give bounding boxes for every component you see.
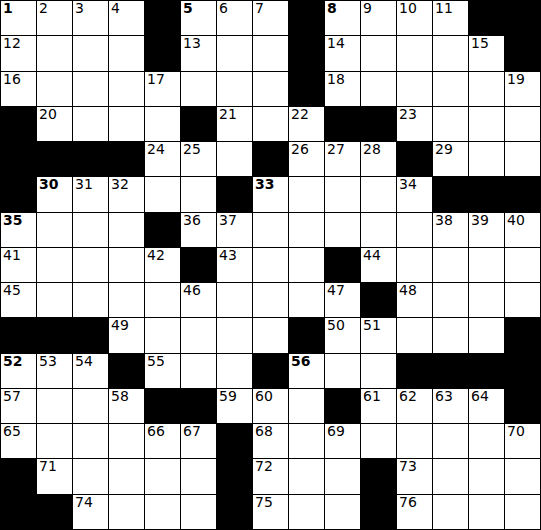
clue-number: 55 <box>147 354 165 369</box>
clue-number: 67 <box>183 424 201 439</box>
letter-cell[interactable]: 68 <box>253 424 288 458</box>
clue-number: 33 <box>255 177 274 192</box>
clue-number: 44 <box>363 248 381 263</box>
clue-number: 27 <box>327 142 345 157</box>
letter-cell[interactable] <box>289 495 324 529</box>
letter-cell[interactable] <box>289 177 324 211</box>
letter-cell[interactable]: 5 <box>181 1 216 35</box>
block-cell <box>289 72 324 106</box>
clue-number: 15 <box>471 36 489 51</box>
clue-number: 13 <box>183 36 201 51</box>
letter-cell[interactable] <box>109 283 144 317</box>
clue-number: 18 <box>327 72 345 87</box>
letter-cell[interactable] <box>253 36 288 70</box>
letter-cell[interactable] <box>109 107 144 141</box>
letter-cell[interactable]: 11 <box>433 1 468 35</box>
clue-number: 39 <box>471 213 489 228</box>
letter-cell[interactable]: 34 <box>397 177 432 211</box>
clue-number: 16 <box>3 72 21 87</box>
letter-cell[interactable] <box>325 459 360 493</box>
block-cell <box>181 389 216 423</box>
clue-number: 4 <box>111 1 120 16</box>
block-cell <box>433 177 468 211</box>
letter-cell[interactable]: 65 <box>1 424 36 458</box>
clue-number: 28 <box>363 142 381 157</box>
letter-cell[interactable] <box>397 248 432 282</box>
letter-cell[interactable] <box>397 424 432 458</box>
clue-number: 53 <box>39 354 57 369</box>
letter-cell[interactable]: 60 <box>253 389 288 423</box>
clue-number: 23 <box>399 107 417 122</box>
letter-cell[interactable] <box>397 72 432 106</box>
letter-cell[interactable]: 33 <box>253 177 288 211</box>
letter-cell[interactable]: 25 <box>181 142 216 176</box>
letter-cell[interactable]: 76 <box>397 495 432 529</box>
letter-cell[interactable] <box>469 142 504 176</box>
block-cell <box>1 318 36 352</box>
letter-cell[interactable]: 27 <box>325 142 360 176</box>
letter-cell[interactable] <box>361 36 396 70</box>
block-cell <box>217 459 252 493</box>
letter-cell[interactable]: 39 <box>469 213 504 247</box>
clue-number: 68 <box>255 424 273 439</box>
letter-cell[interactable] <box>433 495 468 529</box>
letter-cell[interactable]: 19 <box>505 72 540 106</box>
clue-number: 8 <box>327 1 337 16</box>
clue-number: 69 <box>327 424 345 439</box>
block-cell <box>505 1 540 35</box>
letter-cell[interactable] <box>73 459 108 493</box>
block-cell <box>145 36 180 70</box>
letter-cell[interactable] <box>253 248 288 282</box>
letter-cell[interactable]: 55 <box>145 354 180 388</box>
letter-cell[interactable]: 70 <box>505 424 540 458</box>
block-cell <box>181 107 216 141</box>
block-cell <box>1 107 36 141</box>
letter-cell[interactable]: 52 <box>1 354 36 388</box>
clue-number: 36 <box>183 213 201 228</box>
letter-cell[interactable] <box>109 36 144 70</box>
letter-cell[interactable]: 62 <box>397 389 432 423</box>
letter-cell[interactable] <box>505 495 540 529</box>
letter-cell[interactable] <box>433 72 468 106</box>
letter-cell[interactable]: 32 <box>109 177 144 211</box>
clue-number: 75 <box>255 495 273 510</box>
clue-number: 51 <box>363 318 381 333</box>
letter-cell[interactable]: 2 <box>37 1 72 35</box>
clue-number: 19 <box>507 72 525 87</box>
letter-cell[interactable] <box>37 248 72 282</box>
clue-number: 38 <box>435 213 453 228</box>
clue-number: 54 <box>75 354 93 369</box>
letter-cell[interactable]: 64 <box>469 389 504 423</box>
block-cell <box>361 459 396 493</box>
block-cell <box>1 177 36 211</box>
block-cell <box>469 1 504 35</box>
clue-number: 48 <box>399 283 417 298</box>
letter-cell[interactable]: 42 <box>145 248 180 282</box>
letter-cell[interactable]: 4 <box>109 1 144 35</box>
letter-cell[interactable] <box>37 389 72 423</box>
letter-cell[interactable] <box>469 248 504 282</box>
block-cell <box>505 318 540 352</box>
letter-cell[interactable] <box>325 354 360 388</box>
letter-cell[interactable] <box>37 213 72 247</box>
letter-cell[interactable] <box>217 72 252 106</box>
letter-cell[interactable]: 59 <box>217 389 252 423</box>
letter-cell[interactable] <box>433 36 468 70</box>
letter-cell[interactable] <box>181 495 216 529</box>
clue-number: 41 <box>3 248 21 263</box>
block-cell <box>73 318 108 352</box>
letter-cell[interactable] <box>433 318 468 352</box>
clue-number: 49 <box>111 318 129 333</box>
letter-cell[interactable]: 50 <box>325 318 360 352</box>
letter-cell[interactable] <box>37 36 72 70</box>
block-cell <box>145 213 180 247</box>
block-cell <box>37 318 72 352</box>
letter-cell[interactable] <box>325 213 360 247</box>
letter-cell[interactable] <box>145 318 180 352</box>
block-cell <box>145 1 180 35</box>
letter-cell[interactable] <box>469 318 504 352</box>
clue-number: 35 <box>3 213 22 228</box>
letter-cell[interactable] <box>109 213 144 247</box>
clue-number: 71 <box>39 459 57 474</box>
letter-cell[interactable]: 75 <box>253 495 288 529</box>
block-cell <box>505 389 540 423</box>
letter-cell[interactable] <box>469 72 504 106</box>
clue-number: 76 <box>399 495 417 510</box>
letter-cell[interactable] <box>433 459 468 493</box>
letter-cell[interactable] <box>73 72 108 106</box>
letter-cell[interactable]: 47 <box>325 283 360 317</box>
letter-cell[interactable]: 7 <box>253 1 288 35</box>
letter-cell[interactable]: 43 <box>217 248 252 282</box>
letter-cell[interactable]: 53 <box>37 354 72 388</box>
letter-cell[interactable] <box>145 177 180 211</box>
letter-cell[interactable] <box>289 213 324 247</box>
clue-number: 72 <box>255 459 273 474</box>
letter-cell[interactable] <box>253 213 288 247</box>
letter-cell[interactable]: 45 <box>1 283 36 317</box>
letter-cell[interactable]: 9 <box>361 1 396 35</box>
letter-cell[interactable]: 36 <box>181 213 216 247</box>
letter-cell[interactable]: 23 <box>397 107 432 141</box>
letter-cell[interactable] <box>109 424 144 458</box>
clue-number: 52 <box>3 354 22 369</box>
block-cell <box>253 142 288 176</box>
clue-number: 32 <box>111 177 129 192</box>
letter-cell[interactable] <box>37 283 72 317</box>
letter-cell[interactable]: 10 <box>397 1 432 35</box>
letter-cell[interactable] <box>433 107 468 141</box>
letter-cell[interactable]: 18 <box>325 72 360 106</box>
letter-cell[interactable] <box>505 459 540 493</box>
letter-cell[interactable] <box>109 495 144 529</box>
letter-cell[interactable]: 16 <box>1 72 36 106</box>
letter-cell[interactable] <box>73 107 108 141</box>
block-cell <box>253 354 288 388</box>
letter-cell[interactable] <box>469 424 504 458</box>
letter-cell[interactable]: 22 <box>289 107 324 141</box>
letter-cell[interactable] <box>325 495 360 529</box>
clue-number: 34 <box>399 177 417 192</box>
block-cell <box>361 107 396 141</box>
letter-cell[interactable] <box>397 213 432 247</box>
letter-cell[interactable] <box>253 283 288 317</box>
letter-cell[interactable] <box>253 72 288 106</box>
letter-cell[interactable]: 66 <box>145 424 180 458</box>
block-cell <box>361 495 396 529</box>
clue-number: 31 <box>75 177 93 192</box>
block-cell <box>433 354 468 388</box>
letter-cell[interactable]: 20 <box>37 107 72 141</box>
clue-number: 65 <box>3 424 21 439</box>
block-cell <box>505 36 540 70</box>
letter-cell[interactable]: 38 <box>433 213 468 247</box>
clue-number: 73 <box>399 459 417 474</box>
clue-number: 64 <box>471 389 489 404</box>
block-cell <box>181 248 216 282</box>
letter-cell[interactable]: 13 <box>181 36 216 70</box>
letter-cell[interactable]: 48 <box>397 283 432 317</box>
clue-number: 9 <box>363 1 372 16</box>
block-cell <box>109 354 144 388</box>
letter-cell[interactable]: 21 <box>217 107 252 141</box>
letter-cell[interactable]: 12 <box>1 36 36 70</box>
letter-cell[interactable] <box>145 107 180 141</box>
letter-cell[interactable]: 28 <box>361 142 396 176</box>
clue-number: 3 <box>75 1 84 16</box>
letter-cell[interactable] <box>469 459 504 493</box>
clue-number: 12 <box>3 36 21 51</box>
letter-cell[interactable]: 37 <box>217 213 252 247</box>
letter-cell[interactable]: 63 <box>433 389 468 423</box>
letter-cell[interactable] <box>109 459 144 493</box>
block-cell <box>217 495 252 529</box>
letter-cell[interactable] <box>181 354 216 388</box>
letter-cell[interactable]: 54 <box>73 354 108 388</box>
block-cell <box>73 142 108 176</box>
letter-cell[interactable]: 31 <box>73 177 108 211</box>
letter-cell[interactable] <box>289 389 324 423</box>
crossword-grid: 1234567891011121314151617181920212223242… <box>0 0 541 530</box>
letter-cell[interactable] <box>181 177 216 211</box>
letter-cell[interactable]: 29 <box>433 142 468 176</box>
letter-cell[interactable]: 61 <box>361 389 396 423</box>
letter-cell[interactable] <box>469 107 504 141</box>
letter-cell[interactable]: 51 <box>361 318 396 352</box>
letter-cell[interactable] <box>181 459 216 493</box>
letter-cell[interactable] <box>37 424 72 458</box>
letter-cell[interactable] <box>361 72 396 106</box>
block-cell <box>1 495 36 529</box>
clue-number: 70 <box>507 424 525 439</box>
letter-cell[interactable]: 14 <box>325 36 360 70</box>
clue-number: 46 <box>183 283 201 298</box>
clue-number: 22 <box>291 107 309 122</box>
block-cell <box>397 354 432 388</box>
clue-number: 24 <box>147 142 165 157</box>
letter-cell[interactable]: 69 <box>325 424 360 458</box>
letter-cell[interactable] <box>145 459 180 493</box>
clue-number: 29 <box>435 142 453 157</box>
letter-cell[interactable] <box>469 283 504 317</box>
letter-cell[interactable] <box>505 107 540 141</box>
clue-number: 47 <box>327 283 345 298</box>
letter-cell[interactable] <box>397 318 432 352</box>
block-cell <box>145 389 180 423</box>
clue-number: 74 <box>75 495 93 510</box>
letter-cell[interactable] <box>433 283 468 317</box>
clue-number: 2 <box>39 1 48 16</box>
letter-cell[interactable] <box>289 248 324 282</box>
letter-cell[interactable]: 67 <box>181 424 216 458</box>
block-cell <box>1 142 36 176</box>
block-cell <box>1 459 36 493</box>
letter-cell[interactable] <box>289 424 324 458</box>
clue-number: 11 <box>435 1 453 16</box>
letter-cell[interactable] <box>73 248 108 282</box>
letter-cell[interactable] <box>217 36 252 70</box>
clue-number: 10 <box>399 1 417 16</box>
letter-cell[interactable]: 17 <box>145 72 180 106</box>
letter-cell[interactable] <box>37 72 72 106</box>
letter-cell[interactable] <box>505 248 540 282</box>
clue-number: 57 <box>3 389 21 404</box>
letter-cell[interactable]: 49 <box>109 318 144 352</box>
block-cell <box>289 1 324 35</box>
clue-number: 61 <box>363 389 381 404</box>
block-cell <box>37 495 72 529</box>
letter-cell[interactable]: 40 <box>505 213 540 247</box>
letter-cell[interactable]: 1 <box>1 1 36 35</box>
block-cell <box>289 318 324 352</box>
block-cell <box>325 248 360 282</box>
letter-cell[interactable]: 71 <box>37 459 72 493</box>
letter-cell[interactable] <box>253 318 288 352</box>
block-cell <box>109 142 144 176</box>
clue-number: 14 <box>327 36 345 51</box>
letter-cell[interactable] <box>217 354 252 388</box>
letter-cell[interactable] <box>73 213 108 247</box>
letter-cell[interactable] <box>109 72 144 106</box>
letter-cell[interactable]: 74 <box>73 495 108 529</box>
letter-cell[interactable] <box>289 459 324 493</box>
clue-number: 62 <box>399 389 417 404</box>
letter-cell[interactable] <box>433 424 468 458</box>
letter-cell[interactable]: 6 <box>217 1 252 35</box>
letter-cell[interactable] <box>145 283 180 317</box>
letter-cell[interactable]: 44 <box>361 248 396 282</box>
clue-number: 17 <box>147 72 165 87</box>
letter-cell[interactable]: 15 <box>469 36 504 70</box>
block-cell <box>289 36 324 70</box>
letter-cell[interactable]: 8 <box>325 1 360 35</box>
clue-number: 42 <box>147 248 165 263</box>
letter-cell[interactable] <box>361 424 396 458</box>
letter-cell[interactable]: 3 <box>73 1 108 35</box>
letter-cell[interactable] <box>217 318 252 352</box>
letter-cell[interactable] <box>325 177 360 211</box>
clue-number: 66 <box>147 424 165 439</box>
letter-cell[interactable] <box>433 248 468 282</box>
block-cell <box>217 424 252 458</box>
letter-cell[interactable] <box>181 318 216 352</box>
letter-cell[interactable] <box>73 283 108 317</box>
letter-cell[interactable] <box>397 36 432 70</box>
letter-cell[interactable]: 46 <box>181 283 216 317</box>
letter-cell[interactable]: 30 <box>37 177 72 211</box>
letter-cell[interactable] <box>361 354 396 388</box>
letter-cell[interactable] <box>505 142 540 176</box>
block-cell <box>325 389 360 423</box>
block-cell <box>469 177 504 211</box>
clue-number: 50 <box>327 318 345 333</box>
letter-cell[interactable]: 72 <box>253 459 288 493</box>
clue-number: 63 <box>435 389 453 404</box>
letter-cell[interactable]: 56 <box>289 354 324 388</box>
clue-number: 60 <box>255 389 273 404</box>
letter-cell[interactable] <box>73 389 108 423</box>
letter-cell[interactable]: 26 <box>289 142 324 176</box>
letter-cell[interactable] <box>505 283 540 317</box>
letter-cell[interactable] <box>109 248 144 282</box>
letter-cell[interactable]: 73 <box>397 459 432 493</box>
clue-number: 30 <box>39 177 58 192</box>
letter-cell[interactable]: 24 <box>145 142 180 176</box>
letter-cell[interactable]: 57 <box>1 389 36 423</box>
letter-cell[interactable]: 41 <box>1 248 36 282</box>
letter-cell[interactable] <box>469 495 504 529</box>
block-cell <box>217 177 252 211</box>
clue-number: 43 <box>219 248 237 263</box>
letter-cell[interactable]: 58 <box>109 389 144 423</box>
clue-number: 25 <box>183 142 201 157</box>
letter-cell[interactable] <box>181 72 216 106</box>
letter-cell[interactable] <box>289 283 324 317</box>
clue-number: 20 <box>39 107 57 122</box>
letter-cell[interactable] <box>253 107 288 141</box>
letter-cell[interactable] <box>73 424 108 458</box>
letter-cell[interactable] <box>217 283 252 317</box>
block-cell <box>325 107 360 141</box>
clue-number: 40 <box>507 213 525 228</box>
letter-cell[interactable] <box>361 177 396 211</box>
block-cell <box>37 142 72 176</box>
clue-number: 37 <box>219 213 237 228</box>
clue-number: 56 <box>291 354 310 369</box>
clue-number: 59 <box>219 389 237 404</box>
clue-number: 58 <box>111 389 129 404</box>
letter-cell[interactable] <box>73 36 108 70</box>
block-cell <box>469 354 504 388</box>
block-cell <box>505 354 540 388</box>
letter-cell[interactable] <box>145 495 180 529</box>
clue-number: 45 <box>3 283 21 298</box>
letter-cell[interactable] <box>217 142 252 176</box>
clue-number: 5 <box>183 1 193 16</box>
clue-number: 7 <box>255 1 264 16</box>
letter-cell[interactable]: 35 <box>1 213 36 247</box>
clue-number: 1 <box>3 1 13 16</box>
clue-number: 21 <box>219 107 237 122</box>
letter-cell[interactable] <box>361 213 396 247</box>
block-cell <box>397 142 432 176</box>
block-cell <box>361 283 396 317</box>
block-cell <box>505 177 540 211</box>
